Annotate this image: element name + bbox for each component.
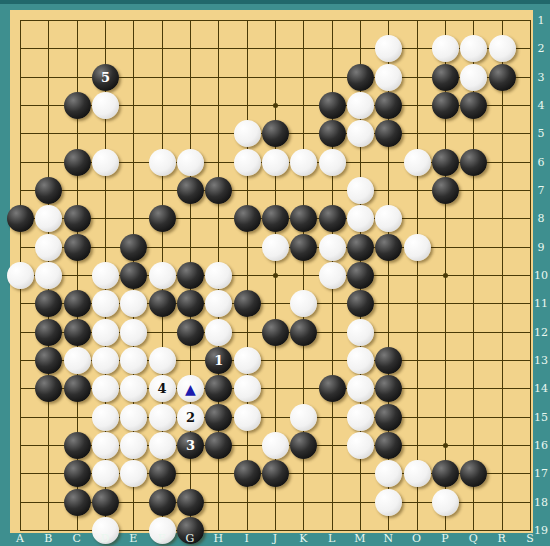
row-label-8: 8 bbox=[538, 212, 545, 225]
black-stone-G11 bbox=[177, 290, 204, 317]
intersection-O10[interactable] bbox=[403, 261, 431, 289]
intersection-D1[interactable] bbox=[91, 6, 119, 34]
intersection-A17[interactable] bbox=[6, 459, 34, 487]
intersection-C10[interactable] bbox=[63, 261, 91, 289]
white-stone-E15 bbox=[120, 404, 147, 431]
intersection-B17[interactable] bbox=[34, 459, 62, 487]
intersection-O2[interactable] bbox=[403, 34, 431, 62]
intersection-A16[interactable] bbox=[6, 431, 34, 459]
black-stone-P7 bbox=[432, 177, 459, 204]
black-stone-N14 bbox=[375, 375, 402, 402]
intersection-B3[interactable] bbox=[34, 63, 62, 91]
black-stone-B14 bbox=[35, 375, 62, 402]
white-stone-P18 bbox=[432, 489, 459, 516]
intersection-D8[interactable] bbox=[91, 204, 119, 232]
black-stone-L5 bbox=[319, 120, 346, 147]
black-stone-B12 bbox=[35, 319, 62, 346]
intersection-H3[interactable] bbox=[204, 63, 232, 91]
intersection-G17[interactable] bbox=[176, 459, 204, 487]
intersection-A13[interactable] bbox=[6, 346, 34, 374]
intersection-L12[interactable] bbox=[318, 318, 346, 346]
column-label-S: S bbox=[526, 532, 534, 545]
intersection-H5[interactable] bbox=[204, 119, 232, 147]
black-stone-K8 bbox=[290, 205, 317, 232]
intersection-Q1[interactable] bbox=[459, 6, 487, 34]
column-label-O: O bbox=[412, 532, 421, 545]
intersection-I4[interactable] bbox=[233, 91, 261, 119]
black-stone-H7 bbox=[205, 177, 232, 204]
intersection-G4[interactable] bbox=[176, 91, 204, 119]
intersection-Q5[interactable] bbox=[459, 119, 487, 147]
black-stone-C18 bbox=[64, 489, 91, 516]
intersection-P8[interactable] bbox=[431, 204, 459, 232]
white-stone-N2 bbox=[375, 35, 402, 62]
intersection-M2[interactable] bbox=[346, 34, 374, 62]
intersection-H2[interactable] bbox=[204, 34, 232, 62]
intersection-G13[interactable] bbox=[176, 346, 204, 374]
intersection-G3[interactable] bbox=[176, 63, 204, 91]
intersection-O8[interactable] bbox=[403, 204, 431, 232]
black-stone-J8 bbox=[262, 205, 289, 232]
black-stone-C14 bbox=[64, 375, 91, 402]
intersection-C7[interactable] bbox=[63, 176, 91, 204]
intersection-P13[interactable] bbox=[431, 346, 459, 374]
row-label-14: 14 bbox=[534, 382, 548, 395]
intersection-O5[interactable] bbox=[403, 119, 431, 147]
intersection-C5[interactable] bbox=[63, 119, 91, 147]
intersection-H1[interactable] bbox=[204, 6, 232, 34]
black-stone-P4 bbox=[432, 92, 459, 119]
white-stone-A10 bbox=[7, 262, 34, 289]
intersection-R5[interactable] bbox=[488, 119, 516, 147]
intersection-R9[interactable] bbox=[488, 233, 516, 261]
intersection-F5[interactable] bbox=[148, 119, 176, 147]
intersection-J14[interactable] bbox=[261, 374, 289, 402]
intersection-J13[interactable] bbox=[261, 346, 289, 374]
black-stone-F11 bbox=[149, 290, 176, 317]
intersection-K10[interactable] bbox=[289, 261, 317, 289]
black-stone-J17 bbox=[262, 460, 289, 487]
intersection-O18[interactable] bbox=[403, 488, 431, 516]
intersection-C1[interactable] bbox=[63, 6, 91, 34]
intersection-Q9[interactable] bbox=[459, 233, 487, 261]
black-stone-M9 bbox=[347, 234, 374, 261]
intersection-F3[interactable] bbox=[148, 63, 176, 91]
black-stone-C9 bbox=[64, 234, 91, 261]
column-label-R: R bbox=[497, 532, 505, 545]
intersection-K17[interactable] bbox=[289, 459, 317, 487]
white-stone-J9 bbox=[262, 234, 289, 261]
intersection-O7[interactable] bbox=[403, 176, 431, 204]
intersection-A2[interactable] bbox=[6, 34, 34, 62]
intersection-P1[interactable] bbox=[431, 6, 459, 34]
black-stone-C8 bbox=[64, 205, 91, 232]
black-stone-D18 bbox=[92, 489, 119, 516]
intersection-O14[interactable] bbox=[403, 374, 431, 402]
intersection-A7[interactable] bbox=[6, 176, 34, 204]
white-stone-N17 bbox=[375, 460, 402, 487]
intersection-P14[interactable] bbox=[431, 374, 459, 402]
intersection-I2[interactable] bbox=[233, 34, 261, 62]
black-stone-P3 bbox=[432, 64, 459, 91]
white-stone-F13 bbox=[149, 347, 176, 374]
intersection-O1[interactable] bbox=[403, 6, 431, 34]
intersection-A3[interactable] bbox=[6, 63, 34, 91]
intersection-R6[interactable] bbox=[488, 148, 516, 176]
intersection-L11[interactable] bbox=[318, 289, 346, 317]
intersection-R10[interactable] bbox=[488, 261, 516, 289]
intersection-N1[interactable] bbox=[374, 6, 402, 34]
triangle-marker: ▲ bbox=[185, 382, 196, 396]
white-stone-O6 bbox=[404, 149, 431, 176]
white-stone-M15 bbox=[347, 404, 374, 431]
black-stone-M3 bbox=[347, 64, 374, 91]
white-stone-G6 bbox=[177, 149, 204, 176]
white-stone-H12 bbox=[205, 319, 232, 346]
white-stone-G15: 2 bbox=[177, 404, 204, 431]
intersection-D9[interactable] bbox=[91, 233, 119, 261]
white-stone-J6 bbox=[262, 149, 289, 176]
intersection-R8[interactable] bbox=[488, 204, 516, 232]
intersection-Q8[interactable] bbox=[459, 204, 487, 232]
black-stone-L8 bbox=[319, 205, 346, 232]
intersection-O11[interactable] bbox=[403, 289, 431, 317]
intersection-Q14[interactable] bbox=[459, 374, 487, 402]
black-stone-I8 bbox=[234, 205, 261, 232]
intersection-L1[interactable] bbox=[318, 6, 346, 34]
black-stone-N13 bbox=[375, 347, 402, 374]
black-stone-F8 bbox=[149, 205, 176, 232]
black-stone-C11 bbox=[64, 290, 91, 317]
intersection-P12[interactable] bbox=[431, 318, 459, 346]
intersection-E3[interactable] bbox=[119, 63, 147, 91]
intersection-L3[interactable] bbox=[318, 63, 346, 91]
row-label-18: 18 bbox=[534, 495, 548, 508]
intersection-P5[interactable] bbox=[431, 119, 459, 147]
intersection-O12[interactable] bbox=[403, 318, 431, 346]
column-label-I: I bbox=[244, 532, 248, 545]
intersection-R13[interactable] bbox=[488, 346, 516, 374]
intersection-I1[interactable] bbox=[233, 6, 261, 34]
intersection-M17[interactable] bbox=[346, 459, 374, 487]
intersection-A11[interactable] bbox=[6, 289, 34, 317]
black-stone-L14 bbox=[319, 375, 346, 402]
column-label-C: C bbox=[72, 532, 80, 545]
intersection-B1[interactable] bbox=[34, 6, 62, 34]
column-label-P: P bbox=[441, 532, 448, 545]
intersection-E6[interactable] bbox=[119, 148, 147, 176]
intersection-E8[interactable] bbox=[119, 204, 147, 232]
white-stone-J16 bbox=[262, 432, 289, 459]
black-stone-A8 bbox=[7, 205, 34, 232]
intersection-E18[interactable] bbox=[119, 488, 147, 516]
intersection-K5[interactable] bbox=[289, 119, 317, 147]
intersection-B16[interactable] bbox=[34, 431, 62, 459]
intersection-H9[interactable] bbox=[204, 233, 232, 261]
white-stone-K11 bbox=[290, 290, 317, 317]
intersection-N12[interactable] bbox=[374, 318, 402, 346]
black-stone-N5 bbox=[375, 120, 402, 147]
column-label-G: G bbox=[186, 532, 195, 545]
intersection-A14[interactable] bbox=[6, 374, 34, 402]
white-stone-L6 bbox=[319, 149, 346, 176]
intersection-I3[interactable] bbox=[233, 63, 261, 91]
intersection-I10[interactable] bbox=[233, 261, 261, 289]
intersection-I7[interactable] bbox=[233, 176, 261, 204]
intersection-G5[interactable] bbox=[176, 119, 204, 147]
white-stone-N3 bbox=[375, 64, 402, 91]
intersection-M6[interactable] bbox=[346, 148, 374, 176]
white-stone-E12 bbox=[120, 319, 147, 346]
black-stone-C17 bbox=[64, 460, 91, 487]
intersection-P15[interactable] bbox=[431, 403, 459, 431]
intersection-A18[interactable] bbox=[6, 488, 34, 516]
intersection-M1[interactable] bbox=[346, 6, 374, 34]
intersection-R14[interactable] bbox=[488, 374, 516, 402]
black-stone-H16 bbox=[205, 432, 232, 459]
intersection-L17[interactable] bbox=[318, 459, 346, 487]
white-stone-F16 bbox=[149, 432, 176, 459]
intersection-H8[interactable] bbox=[204, 204, 232, 232]
white-stone-M7 bbox=[347, 177, 374, 204]
intersection-A6[interactable] bbox=[6, 148, 34, 176]
white-stone-R2 bbox=[489, 35, 516, 62]
intersection-D2[interactable] bbox=[91, 34, 119, 62]
intersection-Q7[interactable] bbox=[459, 176, 487, 204]
black-stone-G18 bbox=[177, 489, 204, 516]
intersection-J2[interactable] bbox=[261, 34, 289, 62]
intersection-K13[interactable] bbox=[289, 346, 317, 374]
go-board[interactable]: 514▲23 bbox=[10, 10, 533, 533]
black-stone-N4 bbox=[375, 92, 402, 119]
intersection-F7[interactable] bbox=[148, 176, 176, 204]
white-stone-O9 bbox=[404, 234, 431, 261]
intersection-L7[interactable] bbox=[318, 176, 346, 204]
intersection-J15[interactable] bbox=[261, 403, 289, 431]
intersection-O4[interactable] bbox=[403, 91, 431, 119]
intersection-Q12[interactable] bbox=[459, 318, 487, 346]
white-stone-M13 bbox=[347, 347, 374, 374]
intersection-N6[interactable] bbox=[374, 148, 402, 176]
intersection-N10[interactable] bbox=[374, 261, 402, 289]
black-stone-C4 bbox=[64, 92, 91, 119]
black-stone-G7 bbox=[177, 177, 204, 204]
intersection-Q15[interactable] bbox=[459, 403, 487, 431]
intersection-B2[interactable] bbox=[34, 34, 62, 62]
intersection-L2[interactable] bbox=[318, 34, 346, 62]
intersection-I9[interactable] bbox=[233, 233, 261, 261]
intersection-J18[interactable] bbox=[261, 488, 289, 516]
intersection-B6[interactable] bbox=[34, 148, 62, 176]
black-stone-J5 bbox=[262, 120, 289, 147]
row-label-2: 2 bbox=[538, 42, 545, 55]
row-label-16: 16 bbox=[534, 438, 548, 451]
move-number-label: 4 bbox=[158, 382, 167, 395]
white-stone-L9 bbox=[319, 234, 346, 261]
intersection-H6[interactable] bbox=[204, 148, 232, 176]
intersection-K1[interactable] bbox=[289, 6, 317, 34]
black-stone-C16 bbox=[64, 432, 91, 459]
white-stone-K6 bbox=[290, 149, 317, 176]
intersection-A1[interactable] bbox=[6, 6, 34, 34]
intersection-O13[interactable] bbox=[403, 346, 431, 374]
white-stone-I6 bbox=[234, 149, 261, 176]
white-stone-M5 bbox=[347, 120, 374, 147]
intersection-O16[interactable] bbox=[403, 431, 431, 459]
intersection-C15[interactable] bbox=[63, 403, 91, 431]
black-stone-E9 bbox=[120, 234, 147, 261]
intersection-E4[interactable] bbox=[119, 91, 147, 119]
white-stone-H11 bbox=[205, 290, 232, 317]
white-stone-Q3 bbox=[460, 64, 487, 91]
row-label-5: 5 bbox=[538, 127, 545, 140]
intersection-R15[interactable] bbox=[488, 403, 516, 431]
row-label-19: 19 bbox=[534, 523, 548, 536]
intersection-H18[interactable] bbox=[204, 488, 232, 516]
intersection-B5[interactable] bbox=[34, 119, 62, 147]
intersection-P11[interactable] bbox=[431, 289, 459, 317]
intersection-Q11[interactable] bbox=[459, 289, 487, 317]
column-label-B: B bbox=[44, 532, 52, 545]
intersection-H4[interactable] bbox=[204, 91, 232, 119]
white-stone-O17 bbox=[404, 460, 431, 487]
white-stone-M8 bbox=[347, 205, 374, 232]
white-stone-Q2 bbox=[460, 35, 487, 62]
intersection-E5[interactable] bbox=[119, 119, 147, 147]
intersection-M18[interactable] bbox=[346, 488, 374, 516]
intersection-A12[interactable] bbox=[6, 318, 34, 346]
column-label-J: J bbox=[273, 532, 277, 545]
intersection-N7[interactable] bbox=[374, 176, 402, 204]
intersection-H17[interactable] bbox=[204, 459, 232, 487]
intersection-G1[interactable] bbox=[176, 6, 204, 34]
intersection-R18[interactable] bbox=[488, 488, 516, 516]
white-stone-I5 bbox=[234, 120, 261, 147]
white-stone-M16 bbox=[347, 432, 374, 459]
intersection-F12[interactable] bbox=[148, 318, 176, 346]
intersection-A4[interactable] bbox=[6, 91, 34, 119]
intersection-J7[interactable] bbox=[261, 176, 289, 204]
intersection-F2[interactable] bbox=[148, 34, 176, 62]
intersection-F4[interactable] bbox=[148, 91, 176, 119]
intersection-R4[interactable] bbox=[488, 91, 516, 119]
black-stone-Q4 bbox=[460, 92, 487, 119]
intersection-A9[interactable] bbox=[6, 233, 34, 261]
intersection-D7[interactable] bbox=[91, 176, 119, 204]
intersection-N11[interactable] bbox=[374, 289, 402, 317]
intersection-I12[interactable] bbox=[233, 318, 261, 346]
intersection-Q18[interactable] bbox=[459, 488, 487, 516]
intersection-J3[interactable] bbox=[261, 63, 289, 91]
intersection-L13[interactable] bbox=[318, 346, 346, 374]
intersection-K18[interactable] bbox=[289, 488, 317, 516]
row-label-9: 9 bbox=[538, 240, 545, 253]
intersection-L18[interactable] bbox=[318, 488, 346, 516]
intersection-K3[interactable] bbox=[289, 63, 317, 91]
intersection-P10[interactable] bbox=[431, 261, 459, 289]
white-stone-D15 bbox=[92, 404, 119, 431]
intersection-R17[interactable] bbox=[488, 459, 516, 487]
intersection-R11[interactable] bbox=[488, 289, 516, 317]
intersection-G8[interactable] bbox=[176, 204, 204, 232]
intersection-R1[interactable] bbox=[488, 6, 516, 34]
intersection-A5[interactable] bbox=[6, 119, 34, 147]
intersection-B18[interactable] bbox=[34, 488, 62, 516]
intersection-C3[interactable] bbox=[63, 63, 91, 91]
white-stone-P2 bbox=[432, 35, 459, 62]
intersection-P9[interactable] bbox=[431, 233, 459, 261]
go-app-frame: 514▲23 ABCDEFGHIJKLMNOPQRS12345678910111… bbox=[0, 0, 550, 546]
white-stone-F10 bbox=[149, 262, 176, 289]
white-stone-N8 bbox=[375, 205, 402, 232]
intersection-I16[interactable] bbox=[233, 431, 261, 459]
white-stone-I14 bbox=[234, 375, 261, 402]
intersection-G9[interactable] bbox=[176, 233, 204, 261]
intersection-J1[interactable] bbox=[261, 6, 289, 34]
intersection-O15[interactable] bbox=[403, 403, 431, 431]
column-label-N: N bbox=[383, 532, 393, 545]
intersection-A15[interactable] bbox=[6, 403, 34, 431]
row-label-11: 11 bbox=[534, 297, 548, 310]
intersection-K2[interactable] bbox=[289, 34, 317, 62]
white-stone-E13 bbox=[120, 347, 147, 374]
intersection-G2[interactable] bbox=[176, 34, 204, 62]
white-stone-H10 bbox=[205, 262, 232, 289]
column-label-E: E bbox=[129, 532, 137, 545]
white-stone-F15 bbox=[149, 404, 176, 431]
intersection-F1[interactable] bbox=[148, 6, 176, 34]
intersection-E2[interactable] bbox=[119, 34, 147, 62]
intersection-O3[interactable] bbox=[403, 63, 431, 91]
intersection-B4[interactable] bbox=[34, 91, 62, 119]
intersection-K7[interactable] bbox=[289, 176, 317, 204]
intersection-J10[interactable] bbox=[261, 261, 289, 289]
intersection-J4[interactable] bbox=[261, 91, 289, 119]
black-stone-P6 bbox=[432, 149, 459, 176]
intersection-R16[interactable] bbox=[488, 431, 516, 459]
intersection-K4[interactable] bbox=[289, 91, 317, 119]
intersection-B15[interactable] bbox=[34, 403, 62, 431]
black-stone-B11 bbox=[35, 290, 62, 317]
intersection-L15[interactable] bbox=[318, 403, 346, 431]
intersection-R12[interactable] bbox=[488, 318, 516, 346]
intersection-F9[interactable] bbox=[148, 233, 176, 261]
intersection-I18[interactable] bbox=[233, 488, 261, 516]
intersection-C2[interactable] bbox=[63, 34, 91, 62]
intersection-Q13[interactable] bbox=[459, 346, 487, 374]
frame-top-edge bbox=[0, 0, 550, 4]
intersection-Q10[interactable] bbox=[459, 261, 487, 289]
intersection-L16[interactable] bbox=[318, 431, 346, 459]
black-stone-F18 bbox=[149, 489, 176, 516]
intersection-R7[interactable] bbox=[488, 176, 516, 204]
white-stone-B9 bbox=[35, 234, 62, 261]
intersection-K14[interactable] bbox=[289, 374, 317, 402]
white-stone-D12 bbox=[92, 319, 119, 346]
intersection-E7[interactable] bbox=[119, 176, 147, 204]
row-label-1: 1 bbox=[538, 14, 545, 27]
column-label-F: F bbox=[158, 532, 166, 545]
intersection-P16[interactable] bbox=[431, 431, 459, 459]
white-stone-E14 bbox=[120, 375, 147, 402]
intersection-E1[interactable] bbox=[119, 6, 147, 34]
black-stone-J12 bbox=[262, 319, 289, 346]
intersection-D5[interactable] bbox=[91, 119, 119, 147]
intersection-Q16[interactable] bbox=[459, 431, 487, 459]
white-stone-D4 bbox=[92, 92, 119, 119]
intersection-J11[interactable] bbox=[261, 289, 289, 317]
black-stone-G12 bbox=[177, 319, 204, 346]
